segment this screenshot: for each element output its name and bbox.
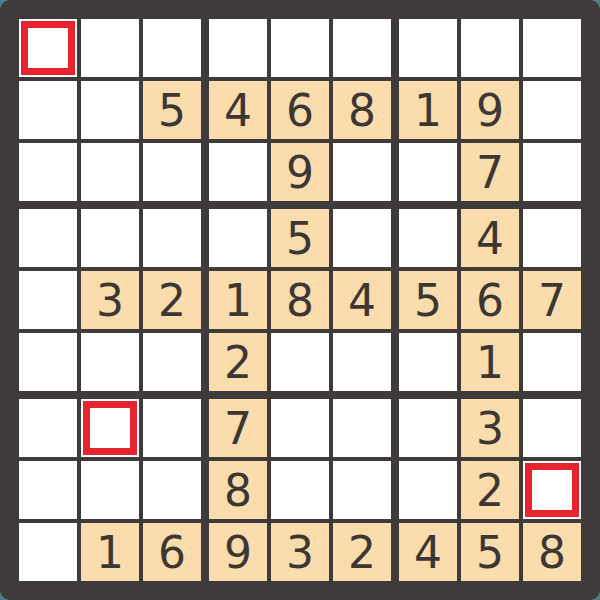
cell-r7c8[interactable]: 3 xyxy=(461,399,519,457)
cell-r9c8[interactable]: 5 xyxy=(461,523,519,581)
cell-r6c9[interactable] xyxy=(523,333,581,391)
cell-digit: 2 xyxy=(158,279,186,323)
cell-r9c3[interactable]: 6 xyxy=(143,523,201,581)
cell-r2c4[interactable]: 4 xyxy=(209,81,267,139)
cell-r5c3[interactable]: 2 xyxy=(143,271,201,329)
cell-r3c5[interactable]: 9 xyxy=(271,143,329,201)
cell-r5c9[interactable]: 7 xyxy=(523,271,581,329)
cell-r7c6[interactable] xyxy=(333,399,391,457)
cell-r4c8[interactable]: 4 xyxy=(461,209,519,267)
cell-r9c9[interactable]: 8 xyxy=(523,523,581,581)
cell-digit: 6 xyxy=(158,531,186,575)
cell-digit: 7 xyxy=(224,407,252,451)
cell-digit: 2 xyxy=(476,469,504,513)
red-highlight-marker xyxy=(525,463,579,517)
cell-r4c6[interactable] xyxy=(333,209,391,267)
cell-r1c1[interactable] xyxy=(19,19,77,77)
cell-digit: 1 xyxy=(476,341,504,385)
cell-r2c5[interactable]: 6 xyxy=(271,81,329,139)
cell-r6c3[interactable] xyxy=(143,333,201,391)
cell-r5c6[interactable]: 4 xyxy=(333,271,391,329)
cell-r7c1[interactable] xyxy=(19,399,77,457)
cell-digit: 6 xyxy=(286,89,314,133)
cell-r7c7[interactable] xyxy=(399,399,457,457)
cell-r3c9[interactable] xyxy=(523,143,581,201)
cell-r1c9[interactable] xyxy=(523,19,581,77)
cell-r1c8[interactable] xyxy=(461,19,519,77)
cell-r8c1[interactable] xyxy=(19,461,77,519)
cell-digit: 6 xyxy=(476,279,504,323)
cell-r2c2[interactable] xyxy=(81,81,139,139)
cell-r8c7[interactable] xyxy=(399,461,457,519)
cell-digit: 8 xyxy=(538,531,566,575)
cell-digit: 1 xyxy=(224,279,252,323)
cell-r1c5[interactable] xyxy=(271,19,329,77)
cell-r6c2[interactable] xyxy=(81,333,139,391)
cell-r1c6[interactable] xyxy=(333,19,391,77)
cell-r2c9[interactable] xyxy=(523,81,581,139)
cell-r4c2[interactable] xyxy=(81,209,139,267)
sudoku-board: 54681997543218456721738216932458 xyxy=(0,0,600,600)
cell-r4c4[interactable] xyxy=(209,209,267,267)
cell-r2c3[interactable]: 5 xyxy=(143,81,201,139)
cell-r9c7[interactable]: 4 xyxy=(399,523,457,581)
cell-r3c6[interactable] xyxy=(333,143,391,201)
cell-r9c1[interactable] xyxy=(19,523,77,581)
cell-r4c7[interactable] xyxy=(399,209,457,267)
cell-digit: 8 xyxy=(224,469,252,513)
cell-digit: 5 xyxy=(158,89,186,133)
cell-r4c5[interactable]: 5 xyxy=(271,209,329,267)
cell-r7c9[interactable] xyxy=(523,399,581,457)
cell-r3c3[interactable] xyxy=(143,143,201,201)
cell-r3c7[interactable] xyxy=(399,143,457,201)
cell-r6c7[interactable] xyxy=(399,333,457,391)
cell-digit: 3 xyxy=(96,279,124,323)
cell-r5c4[interactable]: 1 xyxy=(209,271,267,329)
cell-r2c7[interactable]: 1 xyxy=(399,81,457,139)
cell-digit: 5 xyxy=(476,531,504,575)
cell-digit: 5 xyxy=(414,279,442,323)
cell-r8c6[interactable] xyxy=(333,461,391,519)
cell-r3c4[interactable] xyxy=(209,143,267,201)
cell-r9c5[interactable]: 3 xyxy=(271,523,329,581)
cell-digit: 4 xyxy=(224,89,252,133)
cell-r9c2[interactable]: 1 xyxy=(81,523,139,581)
cell-r2c8[interactable]: 9 xyxy=(461,81,519,139)
cell-r4c3[interactable] xyxy=(143,209,201,267)
cell-digit: 1 xyxy=(96,531,124,575)
cell-digit: 1 xyxy=(414,89,442,133)
cell-r9c6[interactable]: 2 xyxy=(333,523,391,581)
cell-digit: 2 xyxy=(348,531,376,575)
cell-r4c1[interactable] xyxy=(19,209,77,267)
cell-r6c8[interactable]: 1 xyxy=(461,333,519,391)
cell-digit: 7 xyxy=(476,151,504,195)
cell-r9c4[interactable]: 9 xyxy=(209,523,267,581)
cell-digit: 9 xyxy=(224,531,252,575)
cell-digit: 3 xyxy=(286,531,314,575)
cell-r7c4[interactable]: 7 xyxy=(209,399,267,457)
cell-r6c5[interactable] xyxy=(271,333,329,391)
cell-digit: 3 xyxy=(476,407,504,451)
cell-r5c5[interactable]: 8 xyxy=(271,271,329,329)
cell-r4c9[interactable] xyxy=(523,209,581,267)
cell-digit: 4 xyxy=(414,531,442,575)
cell-r3c1[interactable] xyxy=(19,143,77,201)
cell-r6c6[interactable] xyxy=(333,333,391,391)
cell-digit: 7 xyxy=(538,279,566,323)
cell-digit: 9 xyxy=(286,151,314,195)
cell-digit: 4 xyxy=(476,217,504,261)
cell-r6c1[interactable] xyxy=(19,333,77,391)
cell-r7c2[interactable] xyxy=(81,399,139,457)
cell-r8c2[interactable] xyxy=(81,461,139,519)
cell-r8c8[interactable]: 2 xyxy=(461,461,519,519)
cell-r3c8[interactable]: 7 xyxy=(461,143,519,201)
cell-r5c2[interactable]: 3 xyxy=(81,271,139,329)
cell-r6c4[interactable]: 2 xyxy=(209,333,267,391)
cell-r5c7[interactable]: 5 xyxy=(399,271,457,329)
cell-r5c1[interactable] xyxy=(19,271,77,329)
cell-digit: 8 xyxy=(286,279,314,323)
cell-r2c1[interactable] xyxy=(19,81,77,139)
red-highlight-marker xyxy=(83,401,137,455)
cell-r8c5[interactable] xyxy=(271,461,329,519)
cell-r1c3[interactable] xyxy=(143,19,201,77)
cell-r8c4[interactable]: 8 xyxy=(209,461,267,519)
cell-r7c3[interactable] xyxy=(143,399,201,457)
cell-digit: 8 xyxy=(348,89,376,133)
cell-digit: 5 xyxy=(286,217,314,261)
cell-r7c5[interactable] xyxy=(271,399,329,457)
cell-r1c2[interactable] xyxy=(81,19,139,77)
cell-digit: 2 xyxy=(224,341,252,385)
cell-r8c3[interactable] xyxy=(143,461,201,519)
cell-r1c7[interactable] xyxy=(399,19,457,77)
cell-digit: 9 xyxy=(476,89,504,133)
sudoku-grid: 54681997543218456721738216932458 xyxy=(19,19,581,581)
cell-r3c2[interactable] xyxy=(81,143,139,201)
cell-r1c4[interactable] xyxy=(209,19,267,77)
cell-r8c9[interactable] xyxy=(523,461,581,519)
cell-digit: 4 xyxy=(348,279,376,323)
cell-r2c6[interactable]: 8 xyxy=(333,81,391,139)
cell-r5c8[interactable]: 6 xyxy=(461,271,519,329)
red-highlight-marker xyxy=(21,21,75,75)
